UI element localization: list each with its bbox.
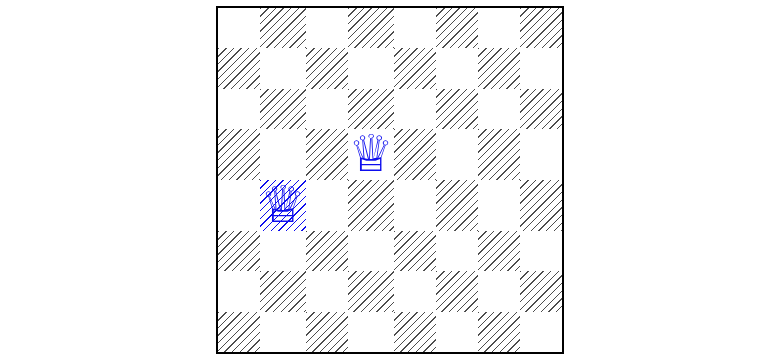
- square-c7: [306, 48, 348, 88]
- square-h1: [520, 312, 562, 352]
- square-b7: [260, 48, 306, 88]
- square-e2: [394, 271, 436, 311]
- square-d5: ♕: [348, 129, 394, 180]
- square-g6: [478, 89, 520, 129]
- square-c5: [306, 129, 348, 180]
- square-b3: [260, 231, 306, 271]
- square-h2: [520, 271, 562, 311]
- square-c2: [306, 271, 348, 311]
- square-d1: [348, 312, 394, 352]
- square-g8: [478, 8, 520, 48]
- square-e7: [394, 48, 436, 88]
- square-f7: [436, 48, 478, 88]
- square-b4: ♕: [260, 180, 306, 231]
- square-a7: [218, 48, 260, 88]
- square-a8: [218, 8, 260, 48]
- square-f2: [436, 271, 478, 311]
- square-b6: [260, 89, 306, 129]
- square-e6: [394, 89, 436, 129]
- square-e8: [394, 8, 436, 48]
- white-queen-piece: ♕: [348, 128, 394, 179]
- square-c6: [306, 89, 348, 129]
- square-h5: [520, 129, 562, 180]
- square-b5: [260, 129, 306, 180]
- square-e3: [394, 231, 436, 271]
- square-e1: [394, 312, 436, 352]
- diagram-canvas: ♕♕: [0, 0, 780, 362]
- square-d2: [348, 271, 394, 311]
- square-h4: [520, 180, 562, 231]
- square-d7: [348, 48, 394, 88]
- square-h3: [520, 231, 562, 271]
- square-c4: [306, 180, 348, 231]
- square-g2: [478, 271, 520, 311]
- square-a4: [218, 180, 260, 231]
- square-f6: [436, 89, 478, 129]
- chess-board: ♕♕: [216, 6, 564, 354]
- square-f1: [436, 312, 478, 352]
- square-h7: [520, 48, 562, 88]
- square-f3: [436, 231, 478, 271]
- square-g4: [478, 180, 520, 231]
- square-b2: [260, 271, 306, 311]
- square-a5: [218, 129, 260, 180]
- square-e5: [394, 129, 436, 180]
- white-queen-piece: ♕: [260, 179, 306, 230]
- square-c8: [306, 8, 348, 48]
- square-g1: [478, 312, 520, 352]
- square-h6: [520, 89, 562, 129]
- square-h8: [520, 8, 562, 48]
- square-a3: [218, 231, 260, 271]
- square-c3: [306, 231, 348, 271]
- square-g3: [478, 231, 520, 271]
- square-f5: [436, 129, 478, 180]
- square-g7: [478, 48, 520, 88]
- square-f4: [436, 180, 478, 231]
- square-f8: [436, 8, 478, 48]
- square-a1: [218, 312, 260, 352]
- square-b8: [260, 8, 306, 48]
- square-a2: [218, 271, 260, 311]
- square-c1: [306, 312, 348, 352]
- square-b1: [260, 312, 306, 352]
- square-d8: [348, 8, 394, 48]
- square-d3: [348, 231, 394, 271]
- square-d6: [348, 89, 394, 129]
- square-a6: [218, 89, 260, 129]
- square-e4: [394, 180, 436, 231]
- square-d4: [348, 180, 394, 231]
- square-g5: [478, 129, 520, 180]
